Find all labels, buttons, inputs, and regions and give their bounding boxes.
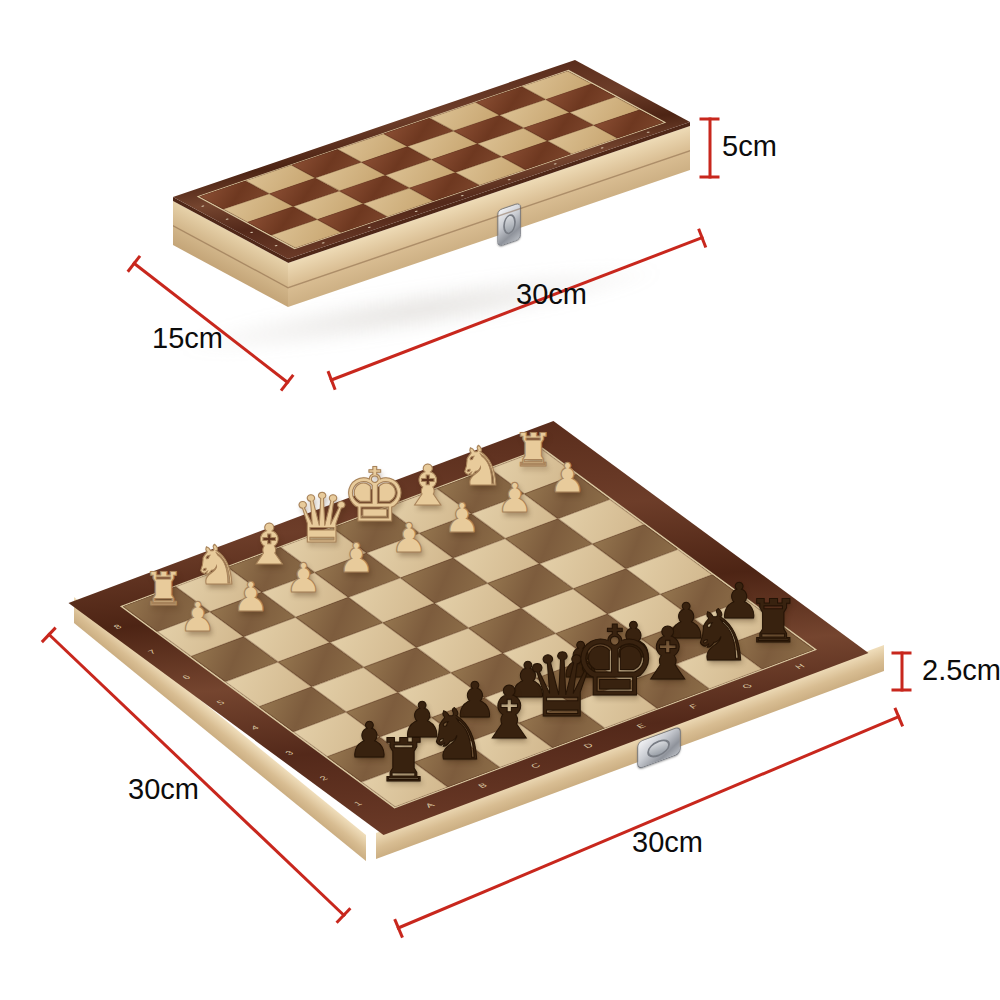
rank-label: 7 <box>146 648 158 655</box>
border-mark <box>249 231 253 233</box>
border-mark <box>600 147 604 149</box>
border-mark <box>646 131 650 133</box>
dimension-cap <box>41 626 57 643</box>
rank-label: 8 <box>111 623 123 630</box>
file-label: A <box>423 802 436 809</box>
file-label: E <box>634 722 647 729</box>
dimension-label-open-thickness: 2.5cm <box>922 654 1000 687</box>
file-label: H <box>793 663 807 671</box>
file-label: B <box>476 782 489 789</box>
dimension-cap <box>326 370 336 390</box>
dimension-label-closed-width: 15cm <box>152 322 223 355</box>
border-mark <box>321 242 325 244</box>
dimension-label-closed-length: 30cm <box>516 278 587 311</box>
dimension-cap <box>697 227 707 247</box>
dimension-cap <box>893 706 904 726</box>
rank-label: 2 <box>317 774 329 781</box>
border-mark <box>274 245 278 247</box>
rank-label: 6 <box>180 673 192 680</box>
border-mark <box>553 163 557 165</box>
rank-label: 5 <box>214 699 226 706</box>
border-mark <box>414 211 418 213</box>
file-label: F <box>687 703 700 710</box>
dimension-cap <box>127 254 142 272</box>
border-mark <box>225 218 229 220</box>
dimension-line-closed-height <box>709 117 712 178</box>
dimension-label-closed-height: 5cm <box>722 130 777 163</box>
dimension-cap <box>280 373 295 391</box>
dimension-cap <box>700 117 720 120</box>
chess-board-grid <box>120 448 817 809</box>
latch-icon <box>497 202 520 247</box>
dimension-label-open-front: 30cm <box>632 826 703 859</box>
dimension-cap <box>892 688 912 691</box>
rank-label: 4 <box>248 724 260 731</box>
file-label: G <box>740 682 754 690</box>
border-mark <box>201 205 205 207</box>
file-label: D <box>581 742 595 750</box>
file-label: C <box>529 762 543 770</box>
dimension-line-open-thickness <box>901 651 904 691</box>
dimension-cap <box>393 918 404 938</box>
dimension-cap <box>336 906 352 923</box>
chess-set-product-image: 87654321ABCDEFGH ♜♞♝♛♚♝♞♜♟♟♟♟♟♟♟♟♟♟♟♟♟♟♟… <box>0 0 1000 1000</box>
dimension-label-open-side: 30cm <box>128 773 199 806</box>
border-mark <box>460 195 464 197</box>
rank-label: 3 <box>283 749 295 756</box>
dimension-cap <box>700 175 720 178</box>
rank-label: 1 <box>351 800 363 807</box>
dimension-cap <box>892 651 912 654</box>
border-mark <box>507 179 511 181</box>
border-mark <box>368 226 372 228</box>
